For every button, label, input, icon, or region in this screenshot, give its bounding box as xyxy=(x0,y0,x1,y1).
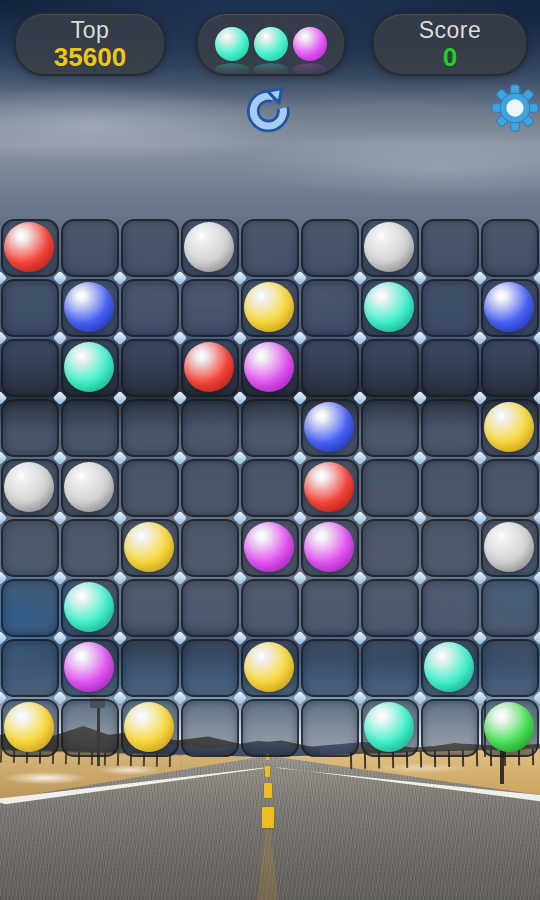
board-cell-r6c5[interactable] xyxy=(240,518,300,578)
next-ball-magenta xyxy=(293,27,327,61)
board-cell-r6c8[interactable] xyxy=(420,518,480,578)
board-cell-r3c8[interactable] xyxy=(420,338,480,398)
board-cell-r8c4[interactable] xyxy=(180,638,240,698)
game-board xyxy=(0,218,540,758)
board-cell-r2c1[interactable] xyxy=(0,278,60,338)
board-cell-r6c4[interactable] xyxy=(180,518,240,578)
game-screen: Top 35600 Score 0 xyxy=(0,0,540,900)
cell-surface xyxy=(481,459,539,517)
ball-magenta[interactable] xyxy=(244,342,294,392)
restart-button[interactable] xyxy=(242,84,296,136)
cell-surface xyxy=(181,459,239,517)
cell-surface xyxy=(421,339,479,397)
ball-yellow[interactable] xyxy=(244,282,294,332)
board-cell-r3c1[interactable] xyxy=(0,338,60,398)
cell-surface xyxy=(421,399,479,457)
board-cell-r4c9[interactable] xyxy=(480,398,540,458)
board-cell-r2c8[interactable] xyxy=(420,278,480,338)
road-center-dash xyxy=(265,766,270,777)
board-cell-r6c2[interactable] xyxy=(60,518,120,578)
board-cell-r9c3[interactable] xyxy=(120,698,180,758)
board-cell-r2c5[interactable] xyxy=(240,278,300,338)
cell-surface xyxy=(61,219,119,277)
board-cell-r5c9[interactable] xyxy=(480,458,540,518)
cell-surface xyxy=(301,279,359,337)
board-cell-r1c3[interactable] xyxy=(120,218,180,278)
cell-surface xyxy=(481,339,539,397)
board-cell-r3c5[interactable] xyxy=(240,338,300,398)
ball-magenta[interactable] xyxy=(244,522,294,572)
board-cell-r2c7[interactable] xyxy=(360,278,420,338)
board-cell-r1c9[interactable] xyxy=(480,218,540,278)
cell-surface xyxy=(301,639,359,697)
board-cell-r3c9[interactable] xyxy=(480,338,540,398)
board-cell-r7c8[interactable] xyxy=(420,578,480,638)
board-cell-r1c1[interactable] xyxy=(0,218,60,278)
board-cell-r3c7[interactable] xyxy=(360,338,420,398)
cell-surface xyxy=(361,519,419,577)
undo-circular-arrow-icon xyxy=(242,84,296,136)
cell-surface xyxy=(421,219,479,277)
cell-surface xyxy=(121,639,179,697)
cell-surface xyxy=(61,699,119,757)
ball-yellow[interactable] xyxy=(124,702,174,752)
cell-surface xyxy=(61,399,119,457)
ball-yellow[interactable] xyxy=(484,402,534,452)
board-cell-r8c6[interactable] xyxy=(300,638,360,698)
cell-surface xyxy=(301,219,359,277)
cell-surface xyxy=(181,519,239,577)
board-cell-r7c4[interactable] xyxy=(180,578,240,638)
board-cell-r9c5[interactable] xyxy=(240,698,300,758)
board-cell-r4c6[interactable] xyxy=(300,398,360,458)
board-cell-r1c2[interactable] xyxy=(60,218,120,278)
board-cell-r1c4[interactable] xyxy=(180,218,240,278)
board-cell-r7c2[interactable] xyxy=(60,578,120,638)
board-cell-r5c6[interactable] xyxy=(300,458,360,518)
next-ball-reflection xyxy=(215,63,249,75)
cell-surface xyxy=(181,579,239,637)
board-cell-r7c7[interactable] xyxy=(360,578,420,638)
board-cell-r2c4[interactable] xyxy=(180,278,240,338)
board-cell-r9c1[interactable] xyxy=(0,698,60,758)
board-cell-r9c8[interactable] xyxy=(420,698,480,758)
board-cell-r5c5[interactable] xyxy=(240,458,300,518)
board-cell-r9c7[interactable] xyxy=(360,698,420,758)
board-cell-r4c4[interactable] xyxy=(180,398,240,458)
next-ball-cyan xyxy=(254,27,288,61)
next-ball-slot xyxy=(215,27,249,75)
board-cell-r2c6[interactable] xyxy=(300,278,360,338)
board-cell-r7c9[interactable] xyxy=(480,578,540,638)
board-cell-r9c9[interactable] xyxy=(480,698,540,758)
board-cell-r1c8[interactable] xyxy=(420,218,480,278)
board-cell-r4c8[interactable] xyxy=(420,398,480,458)
board-cell-r9c2[interactable] xyxy=(60,698,120,758)
cell-surface xyxy=(421,579,479,637)
ball-cyan[interactable] xyxy=(424,642,474,692)
cell-surface xyxy=(1,639,59,697)
settings-button[interactable] xyxy=(490,82,540,134)
board-cell-r7c6[interactable] xyxy=(300,578,360,638)
board-cell-r1c7[interactable] xyxy=(360,218,420,278)
board-cell-r6c3[interactable] xyxy=(120,518,180,578)
cell-surface xyxy=(481,219,539,277)
next-ball-slot xyxy=(254,27,288,75)
cell-surface xyxy=(421,459,479,517)
cell-surface xyxy=(61,519,119,577)
next-balls-panel xyxy=(196,12,346,76)
cell-surface xyxy=(301,339,359,397)
board-cell-r9c6[interactable] xyxy=(300,698,360,758)
cell-surface xyxy=(1,399,59,457)
next-ball-slot xyxy=(293,27,327,75)
ball-magenta[interactable] xyxy=(304,522,354,572)
score-panel: Score 0 xyxy=(372,12,528,76)
board-cell-r3c3[interactable] xyxy=(120,338,180,398)
cell-surface xyxy=(421,519,479,577)
ball-silver[interactable] xyxy=(364,222,414,272)
board-cell-r8c2[interactable] xyxy=(60,638,120,698)
cell-surface xyxy=(241,459,299,517)
score-label: Score xyxy=(419,17,482,43)
board-cell-r1c6[interactable] xyxy=(300,218,360,278)
board-cell-r6c6[interactable] xyxy=(300,518,360,578)
next-ball-cyan xyxy=(215,27,249,61)
board-cell-r8c3[interactable] xyxy=(120,638,180,698)
board-cell-r6c7[interactable] xyxy=(360,518,420,578)
cell-surface xyxy=(421,699,479,757)
board-cell-r7c5[interactable] xyxy=(240,578,300,638)
cell-surface xyxy=(241,399,299,457)
ball-blue[interactable] xyxy=(64,282,114,332)
cell-surface xyxy=(181,639,239,697)
board-cell-r1c5[interactable] xyxy=(240,218,300,278)
road-center-dash xyxy=(262,807,274,828)
board-cell-r7c1[interactable] xyxy=(0,578,60,638)
cell-surface xyxy=(121,339,179,397)
board-cell-r5c2[interactable] xyxy=(60,458,120,518)
cell-surface xyxy=(481,639,539,697)
top-score-value: 35600 xyxy=(54,43,126,71)
ball-cyan[interactable] xyxy=(64,342,114,392)
board-cell-r8c5[interactable] xyxy=(240,638,300,698)
cell-surface xyxy=(121,399,179,457)
cell-surface xyxy=(361,459,419,517)
cell-surface xyxy=(181,399,239,457)
ball-silver[interactable] xyxy=(184,222,234,272)
board-cell-r4c5[interactable] xyxy=(240,398,300,458)
ball-yellow[interactable] xyxy=(4,702,54,752)
ball-silver[interactable] xyxy=(64,462,114,512)
ball-yellow[interactable] xyxy=(244,642,294,692)
board-cell-r2c3[interactable] xyxy=(120,278,180,338)
board-cell-r2c2[interactable] xyxy=(60,278,120,338)
cell-surface xyxy=(481,579,539,637)
score-value: 0 xyxy=(443,43,457,71)
cell-surface xyxy=(361,639,419,697)
cell-surface xyxy=(1,339,59,397)
ball-red[interactable] xyxy=(184,342,234,392)
ball-blue[interactable] xyxy=(304,402,354,452)
board-cell-r3c4[interactable] xyxy=(180,338,240,398)
cell-surface xyxy=(1,279,59,337)
board-cell-r2c9[interactable] xyxy=(480,278,540,338)
board-cell-r5c8[interactable] xyxy=(420,458,480,518)
board-cell-r4c1[interactable] xyxy=(0,398,60,458)
cell-surface xyxy=(361,399,419,457)
cell-surface xyxy=(421,279,479,337)
cell-surface xyxy=(301,699,359,757)
board-cell-r3c6[interactable] xyxy=(300,338,360,398)
top-score-label: Top xyxy=(71,17,110,43)
board-cell-r5c1[interactable] xyxy=(0,458,60,518)
board-cell-r5c4[interactable] xyxy=(180,458,240,518)
ball-red[interactable] xyxy=(304,462,354,512)
board-cell-r6c9[interactable] xyxy=(480,518,540,578)
ball-blue[interactable] xyxy=(484,282,534,332)
cell-surface xyxy=(241,699,299,757)
board-cell-r8c9[interactable] xyxy=(480,638,540,698)
board-cell-r8c7[interactable] xyxy=(360,638,420,698)
cell-surface xyxy=(121,219,179,277)
board-cell-r3c2[interactable] xyxy=(60,338,120,398)
cell-surface xyxy=(1,579,59,637)
board-cell-r9c4[interactable] xyxy=(180,698,240,758)
cell-surface xyxy=(181,279,239,337)
ball-silver[interactable] xyxy=(4,462,54,512)
ball-silver[interactable] xyxy=(484,522,534,572)
board-cell-r8c8[interactable] xyxy=(420,638,480,698)
next-ball-reflection xyxy=(293,63,327,75)
cell-surface xyxy=(181,699,239,757)
next-ball-reflection xyxy=(254,63,288,75)
board-cell-r5c3[interactable] xyxy=(120,458,180,518)
top-score-panel: Top 35600 xyxy=(14,12,166,76)
cell-surface xyxy=(361,339,419,397)
cell-surface xyxy=(361,579,419,637)
ball-cyan[interactable] xyxy=(364,702,414,752)
cell-surface xyxy=(301,579,359,637)
board-cell-r7c3[interactable] xyxy=(120,578,180,638)
board-cell-r4c2[interactable] xyxy=(60,398,120,458)
cell-surface xyxy=(121,579,179,637)
ball-magenta[interactable] xyxy=(64,642,114,692)
cell-surface xyxy=(241,219,299,277)
board-cell-r4c3[interactable] xyxy=(120,398,180,458)
board-cell-r4c7[interactable] xyxy=(360,398,420,458)
cell-surface xyxy=(1,519,59,577)
cell-surface xyxy=(241,579,299,637)
cell-surface xyxy=(121,459,179,517)
board-cell-r8c1[interactable] xyxy=(0,638,60,698)
board-cell-r6c1[interactable] xyxy=(0,518,60,578)
cell-surface xyxy=(121,279,179,337)
road-center-dash xyxy=(264,783,272,798)
ball-green[interactable] xyxy=(484,702,534,752)
board-cell-r5c7[interactable] xyxy=(360,458,420,518)
ball-cyan[interactable] xyxy=(364,282,414,332)
ball-cyan[interactable] xyxy=(64,582,114,632)
ball-yellow[interactable] xyxy=(124,522,174,572)
gear-icon xyxy=(490,82,540,134)
ball-red[interactable] xyxy=(4,222,54,272)
